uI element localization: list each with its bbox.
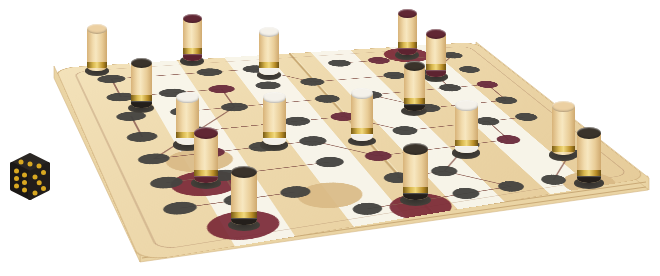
peg-body bbox=[259, 32, 279, 75]
peg-top-face bbox=[426, 29, 446, 39]
peg-color-ring bbox=[426, 70, 446, 77]
peg-burgundy[interactable] bbox=[183, 14, 202, 61]
peg-body bbox=[131, 63, 152, 108]
die[interactable] bbox=[8, 152, 54, 202]
peg-top-face bbox=[231, 166, 257, 178]
peg-gold-ring bbox=[183, 48, 202, 54]
peg-color-ring bbox=[131, 101, 152, 108]
peg-body bbox=[351, 94, 373, 142]
peg-color-ring bbox=[231, 218, 257, 225]
die-pip bbox=[41, 186, 46, 191]
peg-black[interactable] bbox=[131, 58, 152, 108]
peg-top-face bbox=[552, 101, 575, 112]
peg-color-ring bbox=[263, 138, 286, 145]
peg-body bbox=[231, 172, 257, 225]
peg-gold-ring bbox=[87, 62, 107, 68]
die-pip bbox=[14, 184, 19, 189]
peg-gold-ring bbox=[577, 170, 601, 176]
peg-body bbox=[194, 133, 218, 183]
peg-top-face bbox=[263, 92, 286, 103]
peg-white[interactable] bbox=[455, 100, 478, 153]
peg-black[interactable] bbox=[577, 127, 601, 183]
peg-body bbox=[426, 34, 446, 77]
peg-gold-ring bbox=[403, 187, 428, 193]
peg-top-face bbox=[577, 127, 601, 139]
peg-top-face bbox=[194, 127, 218, 139]
peg-natural[interactable] bbox=[552, 101, 575, 155]
die-pip bbox=[14, 176, 19, 181]
peg-top-face bbox=[404, 61, 425, 71]
peg-body bbox=[398, 14, 417, 56]
peg-gold-ring bbox=[404, 98, 425, 104]
peg-black[interactable] bbox=[404, 61, 425, 111]
peg-color-ring bbox=[403, 193, 428, 200]
peg-body bbox=[183, 19, 202, 62]
peg-top-face bbox=[398, 9, 417, 18]
peg-gold-ring bbox=[398, 42, 417, 48]
die-pip bbox=[14, 169, 19, 174]
peg-body bbox=[455, 106, 478, 154]
peg-white[interactable] bbox=[263, 92, 286, 145]
peg-gold-ring bbox=[131, 95, 152, 101]
peg-burgundy[interactable] bbox=[398, 9, 417, 55]
peg-gold-ring bbox=[231, 212, 257, 218]
peg-body bbox=[404, 66, 425, 111]
peg-gold-ring bbox=[552, 146, 575, 152]
peg-color-ring bbox=[577, 176, 601, 183]
die-pip bbox=[22, 188, 27, 193]
peg-top-face bbox=[403, 143, 428, 155]
peg-burgundy[interactable] bbox=[194, 127, 218, 183]
peg-white[interactable] bbox=[259, 27, 279, 75]
peg-top-face bbox=[183, 14, 202, 23]
die-pip bbox=[33, 175, 38, 180]
peg-body bbox=[263, 98, 286, 146]
peg-top-face bbox=[351, 88, 373, 99]
die-pip bbox=[33, 191, 38, 196]
peg-natural[interactable] bbox=[87, 24, 107, 71]
die-pip bbox=[22, 173, 27, 178]
die-pip bbox=[41, 170, 46, 175]
peg-black[interactable] bbox=[403, 143, 428, 200]
peg-gold-ring bbox=[259, 62, 279, 68]
peg-top-face bbox=[87, 24, 107, 34]
die-pip bbox=[28, 162, 33, 167]
peg-color-ring bbox=[404, 104, 425, 111]
die-pip bbox=[22, 180, 27, 185]
peg-body bbox=[577, 133, 601, 183]
peg-gold-ring bbox=[263, 132, 286, 138]
peg-top-face bbox=[259, 27, 279, 37]
peg-color-ring bbox=[183, 54, 202, 61]
peg-color-ring bbox=[194, 176, 218, 183]
peg-body bbox=[552, 107, 575, 156]
peg-top-face bbox=[131, 58, 152, 68]
die-pip bbox=[19, 160, 24, 165]
peg-top-face bbox=[455, 100, 478, 111]
peg-body bbox=[403, 149, 428, 200]
pieces-layer bbox=[0, 0, 660, 276]
peg-gold-ring bbox=[455, 140, 478, 146]
peg-gold-ring bbox=[426, 64, 446, 70]
peg-gold-ring bbox=[194, 170, 218, 176]
die-pip bbox=[37, 164, 42, 169]
peg-body bbox=[87, 29, 107, 71]
peg-color-ring bbox=[259, 68, 279, 75]
peg-color-ring bbox=[398, 48, 417, 55]
peg-top-face bbox=[176, 92, 199, 103]
product-photo-stage bbox=[0, 0, 660, 276]
die-pip bbox=[37, 180, 42, 185]
peg-gold-ring bbox=[351, 128, 373, 134]
peg-color-ring bbox=[455, 146, 478, 153]
peg-white[interactable] bbox=[351, 88, 373, 141]
peg-burgundy[interactable] bbox=[426, 29, 446, 77]
peg-black[interactable] bbox=[231, 166, 257, 225]
peg-color-ring bbox=[351, 134, 373, 141]
